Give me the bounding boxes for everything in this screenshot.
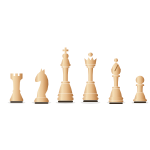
queen-piece — [80, 52, 101, 104]
chess-pieces-photo — [0, 0, 150, 150]
rook-piece — [7, 71, 26, 104]
bishop-piece — [106, 58, 126, 104]
pawn-piece — [131, 75, 149, 104]
pieces-row — [7, 47, 149, 104]
king-piece — [55, 47, 76, 104]
knight-piece — [31, 62, 52, 104]
